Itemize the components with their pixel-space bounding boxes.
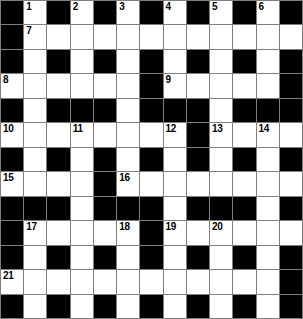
white-cell-r7c3[interactable]	[71, 172, 93, 195]
white-cell-r2c9[interactable]	[210, 50, 232, 73]
white-cell-r9c5[interactable]: 18	[117, 221, 139, 244]
white-cell-r11c6[interactable]	[140, 270, 162, 293]
white-cell-r10c11[interactable]	[257, 246, 279, 269]
white-cell-r3c11[interactable]	[257, 74, 279, 97]
white-cell-r9c9[interactable]: 20	[210, 221, 232, 244]
white-cell-r4c9[interactable]	[210, 99, 232, 122]
black-cell-r8c10	[233, 197, 255, 220]
white-cell-r2c3[interactable]	[71, 50, 93, 73]
black-cell-r4c2	[47, 99, 69, 122]
black-cell-r4c11	[257, 99, 279, 122]
white-cell-r2c7[interactable]	[164, 50, 186, 73]
black-cell-r2c6	[140, 50, 162, 73]
clue-number-6: 6	[259, 1, 264, 12]
black-cell-r0c6	[140, 1, 162, 24]
black-cell-r4c3	[71, 99, 93, 122]
black-cell-r6c12	[280, 148, 302, 171]
white-cell-r5c7[interactable]: 12	[164, 123, 186, 146]
white-cell-r11c0[interactable]: 21	[1, 270, 23, 293]
clue-number-1: 1	[26, 1, 31, 12]
white-cell-r0c11[interactable]: 6	[257, 1, 279, 24]
black-cell-r0c4	[94, 1, 116, 24]
white-cell-r11c9[interactable]	[210, 270, 232, 293]
white-cell-r4c5[interactable]	[117, 99, 139, 122]
white-cell-r2c11[interactable]	[257, 50, 279, 73]
white-cell-r5c6[interactable]	[140, 123, 162, 146]
white-cell-r12c1[interactable]	[24, 295, 46, 318]
white-cell-r2c5[interactable]	[117, 50, 139, 73]
white-cell-r0c9[interactable]: 5	[210, 1, 232, 24]
white-cell-r3c9[interactable]	[210, 74, 232, 97]
clue-number-11: 11	[73, 123, 83, 134]
white-cell-r6c5[interactable]	[117, 148, 139, 171]
clue-number-12: 12	[166, 123, 177, 134]
black-cell-r8c0	[1, 197, 23, 220]
white-cell-r5c3[interactable]: 11	[71, 123, 93, 146]
white-cell-r3c4[interactable]	[94, 74, 116, 97]
white-cell-r1c2[interactable]	[47, 25, 69, 48]
white-cell-r7c6[interactable]	[140, 172, 162, 195]
black-cell-r2c0	[1, 50, 23, 73]
white-cell-r12c11[interactable]	[257, 295, 279, 318]
black-cell-r0c0	[1, 1, 23, 24]
white-cell-r7c11[interactable]	[257, 172, 279, 195]
white-cell-r5c0[interactable]: 10	[1, 123, 23, 146]
white-cell-r1c10[interactable]	[233, 25, 255, 48]
black-cell-r8c9	[210, 197, 232, 220]
black-cell-r2c4	[94, 50, 116, 73]
black-cell-r6c0	[1, 148, 23, 171]
black-cell-r3c12	[280, 74, 302, 97]
black-cell-r12c12	[280, 295, 302, 318]
black-cell-r8c1	[24, 197, 46, 220]
white-cell-r1c8[interactable]	[187, 25, 209, 48]
white-cell-r7c0[interactable]: 15	[1, 172, 23, 195]
white-cell-r9c10[interactable]	[233, 221, 255, 244]
black-cell-r8c4	[94, 197, 116, 220]
black-cell-r10c0	[1, 246, 23, 269]
white-cell-r1c12[interactable]	[280, 25, 302, 48]
white-cell-r5c12[interactable]	[280, 123, 302, 146]
black-cell-r2c8	[187, 50, 209, 73]
black-cell-r0c12	[280, 1, 302, 24]
white-cell-r10c1[interactable]	[24, 246, 46, 269]
clue-number-14: 14	[259, 123, 270, 134]
black-cell-r4c6	[140, 99, 162, 122]
clue-number-13: 13	[212, 123, 223, 134]
black-cell-r12c6	[140, 295, 162, 318]
black-cell-r4c10	[233, 99, 255, 122]
white-cell-r10c7[interactable]	[164, 246, 186, 269]
white-cell-r0c5[interactable]: 3	[117, 1, 139, 24]
clue-number-4: 4	[166, 1, 171, 12]
white-cell-r3c3[interactable]	[71, 74, 93, 97]
clue-number-16: 16	[119, 172, 130, 183]
white-cell-r3c8[interactable]	[187, 74, 209, 97]
black-cell-r8c8	[187, 197, 209, 220]
crossword-grid: 123456789101112131415161718192021	[0, 0, 303, 319]
black-cell-r10c6	[140, 246, 162, 269]
white-cell-r12c9[interactable]	[210, 295, 232, 318]
white-cell-r11c5[interactable]	[117, 270, 139, 293]
white-cell-r12c3[interactable]	[71, 295, 93, 318]
black-cell-r10c8	[187, 246, 209, 269]
white-cell-r1c11[interactable]	[257, 25, 279, 48]
white-cell-r8c11[interactable]	[257, 197, 279, 220]
white-cell-r5c5[interactable]	[117, 123, 139, 146]
clue-number-7: 7	[26, 25, 31, 36]
white-cell-r1c9[interactable]	[210, 25, 232, 48]
black-cell-r4c12	[280, 99, 302, 122]
white-cell-r9c8[interactable]	[187, 221, 209, 244]
white-cell-r3c1[interactable]	[24, 74, 46, 97]
white-cell-r9c12[interactable]	[280, 221, 302, 244]
black-cell-r9c6	[140, 221, 162, 244]
white-cell-r7c8[interactable]	[187, 172, 209, 195]
clue-number-5: 5	[212, 1, 217, 12]
black-cell-r5c8	[187, 123, 209, 146]
white-cell-r5c9[interactable]: 13	[210, 123, 232, 146]
white-cell-r5c4[interactable]	[94, 123, 116, 146]
white-cell-r1c3[interactable]	[71, 25, 93, 48]
white-cell-r9c2[interactable]	[47, 221, 69, 244]
clue-number-20: 20	[212, 221, 223, 232]
white-cell-r1c4[interactable]	[94, 25, 116, 48]
clue-number-21: 21	[3, 270, 14, 281]
white-cell-r1c1[interactable]: 7	[24, 25, 46, 48]
white-cell-r2c1[interactable]	[24, 50, 46, 73]
white-cell-r12c7[interactable]	[164, 295, 186, 318]
black-cell-r3c6	[140, 74, 162, 97]
white-cell-r3c0[interactable]: 8	[1, 74, 23, 97]
white-cell-r1c7[interactable]	[164, 25, 186, 48]
white-cell-r10c9[interactable]	[210, 246, 232, 269]
white-cell-r0c7[interactable]: 4	[164, 1, 186, 24]
black-cell-r6c4	[94, 148, 116, 171]
clue-number-10: 10	[3, 123, 14, 134]
white-cell-r7c9[interactable]	[210, 172, 232, 195]
white-cell-r6c11[interactable]	[257, 148, 279, 171]
black-cell-r2c12	[280, 50, 302, 73]
black-cell-r6c8	[187, 148, 209, 171]
black-cell-r7c4	[94, 172, 116, 195]
black-cell-r12c10	[233, 295, 255, 318]
black-cell-r6c10	[233, 148, 255, 171]
black-cell-r0c2	[47, 1, 69, 24]
black-cell-r4c4	[94, 99, 116, 122]
white-cell-r7c7[interactable]	[164, 172, 186, 195]
white-cell-r5c1[interactable]	[24, 123, 46, 146]
white-cell-r9c4[interactable]	[94, 221, 116, 244]
white-cell-r6c7[interactable]	[164, 148, 186, 171]
black-cell-r12c8	[187, 295, 209, 318]
white-cell-r7c5[interactable]: 16	[117, 172, 139, 195]
white-cell-r5c10[interactable]	[233, 123, 255, 146]
black-cell-r2c10	[233, 50, 255, 73]
white-cell-r0c3[interactable]: 2	[71, 1, 93, 24]
white-cell-r11c3[interactable]	[71, 270, 93, 293]
black-cell-r4c8	[187, 99, 209, 122]
clue-number-9: 9	[166, 74, 171, 85]
clue-number-15: 15	[3, 172, 14, 183]
black-cell-r8c2	[47, 197, 69, 220]
white-cell-r1c5[interactable]	[117, 25, 139, 48]
white-cell-r11c1[interactable]	[24, 270, 46, 293]
white-cell-r10c5[interactable]	[117, 246, 139, 269]
black-cell-r8c5	[117, 197, 139, 220]
white-cell-r11c8[interactable]	[187, 270, 209, 293]
white-cell-r6c9[interactable]	[210, 148, 232, 171]
black-cell-r12c0	[1, 295, 23, 318]
clue-number-2: 2	[73, 1, 78, 12]
black-cell-r10c4	[94, 246, 116, 269]
white-cell-r11c2[interactable]	[47, 270, 69, 293]
white-cell-r1c6[interactable]	[140, 25, 162, 48]
white-cell-r9c11[interactable]	[257, 221, 279, 244]
white-cell-r0c1[interactable]: 1	[24, 1, 46, 24]
black-cell-r11c12	[280, 270, 302, 293]
white-cell-r7c1[interactable]	[24, 172, 46, 195]
white-cell-r6c1[interactable]	[24, 148, 46, 171]
black-cell-r6c6	[140, 148, 162, 171]
white-cell-r10c3[interactable]	[71, 246, 93, 269]
white-cell-r9c7[interactable]: 19	[164, 221, 186, 244]
white-cell-r7c12[interactable]	[280, 172, 302, 195]
white-cell-r11c10[interactable]	[233, 270, 255, 293]
white-cell-r12c5[interactable]	[117, 295, 139, 318]
black-cell-r4c7	[164, 99, 186, 122]
white-cell-r5c2[interactable]	[47, 123, 69, 146]
clue-number-8: 8	[3, 74, 8, 85]
white-cell-r3c2[interactable]	[47, 74, 69, 97]
white-cell-r7c10[interactable]	[233, 172, 255, 195]
black-cell-r0c10	[233, 1, 255, 24]
white-cell-r3c10[interactable]	[233, 74, 255, 97]
clue-number-18: 18	[119, 221, 130, 232]
white-cell-r9c1[interactable]: 17	[24, 221, 46, 244]
black-cell-r6c2	[47, 148, 69, 171]
white-cell-r11c11[interactable]	[257, 270, 279, 293]
black-cell-r8c6	[140, 197, 162, 220]
white-cell-r8c3[interactable]	[71, 197, 93, 220]
white-cell-r6c3[interactable]	[71, 148, 93, 171]
white-cell-r3c5[interactable]	[117, 74, 139, 97]
black-cell-r8c12	[280, 197, 302, 220]
white-cell-r5c11[interactable]: 14	[257, 123, 279, 146]
white-cell-r7c2[interactable]	[47, 172, 69, 195]
white-cell-r8c7[interactable]	[164, 197, 186, 220]
black-cell-r10c10	[233, 246, 255, 269]
clue-number-3: 3	[119, 1, 124, 12]
black-cell-r2c2	[47, 50, 69, 73]
black-cell-r12c2	[47, 295, 69, 318]
white-cell-r4c1[interactable]	[24, 99, 46, 122]
black-cell-r10c2	[47, 246, 69, 269]
black-cell-r0c8	[187, 1, 209, 24]
black-cell-r4c0	[1, 99, 23, 122]
white-cell-r11c7[interactable]	[164, 270, 186, 293]
black-cell-r12c4	[94, 295, 116, 318]
white-cell-r9c3[interactable]	[71, 221, 93, 244]
black-cell-r1c0	[1, 25, 23, 48]
clue-number-17: 17	[26, 221, 37, 232]
clue-number-19: 19	[166, 221, 177, 232]
white-cell-r3c7[interactable]: 9	[164, 74, 186, 97]
black-cell-r9c0	[1, 221, 23, 244]
black-cell-r10c12	[280, 246, 302, 269]
white-cell-r11c4[interactable]	[94, 270, 116, 293]
